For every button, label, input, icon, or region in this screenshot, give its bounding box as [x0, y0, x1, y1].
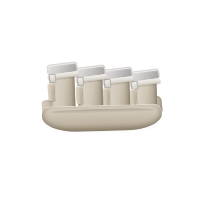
seasoning-jar-set	[42, 60, 162, 134]
photo-caption: Product photo of a beige four-piece seas…	[0, 0, 1, 1]
product-photo: Product photo of a beige four-piece seas…	[0, 0, 200, 200]
spoon-handle	[47, 83, 54, 101]
lid-clip	[48, 74, 56, 84]
lid-clip	[76, 77, 84, 87]
